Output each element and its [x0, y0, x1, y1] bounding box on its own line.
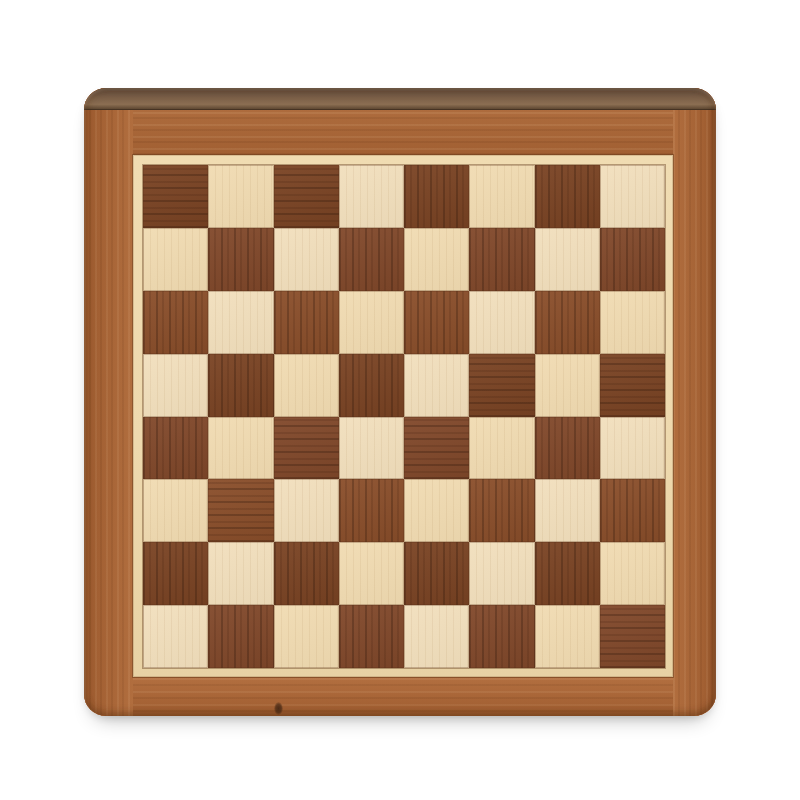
square-e8[interactable]	[404, 165, 469, 228]
square-c5[interactable]	[274, 354, 339, 417]
square-c8[interactable]	[274, 165, 339, 228]
square-f2[interactable]	[469, 542, 534, 605]
square-h1[interactable]	[600, 605, 665, 668]
square-h5[interactable]	[600, 354, 665, 417]
square-e2[interactable]	[404, 542, 469, 605]
photo-backdrop	[0, 0, 800, 800]
square-h3[interactable]	[600, 479, 665, 542]
square-c6[interactable]	[274, 291, 339, 354]
board-top-edge	[84, 88, 716, 110]
square-g2[interactable]	[535, 542, 600, 605]
square-b4[interactable]	[208, 417, 273, 480]
square-f7[interactable]	[469, 228, 534, 291]
square-d4[interactable]	[339, 417, 404, 480]
square-d5[interactable]	[339, 354, 404, 417]
square-b5[interactable]	[208, 354, 273, 417]
square-g4[interactable]	[535, 417, 600, 480]
chess-board-box	[84, 88, 716, 716]
square-h8[interactable]	[600, 165, 665, 228]
square-f5[interactable]	[469, 354, 534, 417]
square-e6[interactable]	[404, 291, 469, 354]
square-g3[interactable]	[535, 479, 600, 542]
square-d6[interactable]	[339, 291, 404, 354]
frame-bottom	[84, 678, 716, 716]
square-g6[interactable]	[535, 291, 600, 354]
square-e5[interactable]	[404, 354, 469, 417]
square-c1[interactable]	[274, 605, 339, 668]
square-c7[interactable]	[274, 228, 339, 291]
square-f8[interactable]	[469, 165, 534, 228]
square-g5[interactable]	[535, 354, 600, 417]
square-e7[interactable]	[404, 228, 469, 291]
square-c2[interactable]	[274, 542, 339, 605]
square-a6[interactable]	[143, 291, 208, 354]
square-e3[interactable]	[404, 479, 469, 542]
frame-left	[84, 88, 133, 716]
square-d8[interactable]	[339, 165, 404, 228]
square-d2[interactable]	[339, 542, 404, 605]
square-h7[interactable]	[600, 228, 665, 291]
board-maple-border	[133, 155, 673, 677]
square-c4[interactable]	[274, 417, 339, 480]
square-a2[interactable]	[143, 542, 208, 605]
square-a4[interactable]	[143, 417, 208, 480]
square-g7[interactable]	[535, 228, 600, 291]
square-h4[interactable]	[600, 417, 665, 480]
square-h2[interactable]	[600, 542, 665, 605]
square-b1[interactable]	[208, 605, 273, 668]
square-b8[interactable]	[208, 165, 273, 228]
frame-right	[673, 88, 716, 716]
square-g8[interactable]	[535, 165, 600, 228]
square-a5[interactable]	[143, 354, 208, 417]
square-f1[interactable]	[469, 605, 534, 668]
chess-board-grid	[143, 165, 665, 668]
square-h6[interactable]	[600, 291, 665, 354]
square-a8[interactable]	[143, 165, 208, 228]
square-d1[interactable]	[339, 605, 404, 668]
square-a1[interactable]	[143, 605, 208, 668]
square-b3[interactable]	[208, 479, 273, 542]
square-b2[interactable]	[208, 542, 273, 605]
square-f3[interactable]	[469, 479, 534, 542]
square-a3[interactable]	[143, 479, 208, 542]
square-e4[interactable]	[404, 417, 469, 480]
square-a7[interactable]	[143, 228, 208, 291]
square-g1[interactable]	[535, 605, 600, 668]
wood-knot	[274, 702, 283, 715]
square-e1[interactable]	[404, 605, 469, 668]
square-b6[interactable]	[208, 291, 273, 354]
square-b7[interactable]	[208, 228, 273, 291]
square-f6[interactable]	[469, 291, 534, 354]
square-d7[interactable]	[339, 228, 404, 291]
square-d3[interactable]	[339, 479, 404, 542]
square-f4[interactable]	[469, 417, 534, 480]
square-c3[interactable]	[274, 479, 339, 542]
